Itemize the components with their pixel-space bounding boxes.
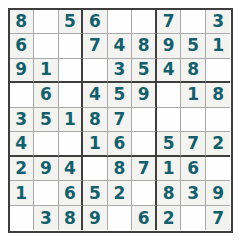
cell-r9c9[interactable]: 7 [206, 206, 231, 231]
cell-r9c2[interactable]: 3 [34, 206, 59, 231]
cell-r6c7[interactable]: 5 [157, 132, 182, 157]
cell-r8c5[interactable]: 2 [108, 181, 133, 206]
cell-r7c3[interactable]: 4 [59, 157, 84, 182]
cell-r6c9[interactable]: 2 [206, 132, 231, 157]
cell-r6c1[interactable]: 4 [10, 132, 35, 157]
cell-r5c8[interactable] [181, 108, 206, 133]
cell-r6c6[interactable] [132, 132, 157, 157]
cell-r9c1[interactable] [10, 206, 35, 231]
cell-r8c2[interactable] [34, 181, 59, 206]
cell-r7c7[interactable]: 1 [157, 157, 182, 182]
cell-r4c2[interactable]: 6 [34, 83, 59, 108]
cell-r7c1[interactable]: 2 [10, 157, 35, 182]
cell-r7c2[interactable]: 9 [34, 157, 59, 182]
cell-r3c4[interactable] [83, 59, 108, 84]
cell-r2c2[interactable] [34, 34, 59, 59]
cell-r5c9[interactable] [206, 108, 231, 133]
cell-r9c6[interactable]: 6 [132, 206, 157, 231]
cell-r9c3[interactable]: 8 [59, 206, 84, 231]
cell-r2c9[interactable]: 1 [206, 34, 231, 59]
cell-r1c5[interactable] [108, 10, 133, 35]
cell-r8c1[interactable]: 1 [10, 181, 35, 206]
cell-r1c6[interactable] [132, 10, 157, 35]
cell-r4c8[interactable]: 1 [181, 83, 206, 108]
cell-r4c7[interactable] [157, 83, 182, 108]
cell-r6c8[interactable]: 7 [181, 132, 206, 157]
cell-r5c7[interactable] [157, 108, 182, 133]
cell-r1c7[interactable]: 7 [157, 10, 182, 35]
cell-r2c4[interactable]: 7 [83, 34, 108, 59]
cell-r4c6[interactable]: 9 [132, 83, 157, 108]
cell-r9c4[interactable]: 9 [83, 206, 108, 231]
sudoku-page: 8567367489519135486459183518741657229487… [0, 0, 240, 240]
cell-r6c3[interactable] [59, 132, 84, 157]
cell-r4c9[interactable]: 8 [206, 83, 231, 108]
cell-r3c5[interactable]: 3 [108, 59, 133, 84]
sudoku-board: 8567367489519135486459183518741657229487… [8, 8, 233, 233]
cell-r8c7[interactable]: 8 [157, 181, 182, 206]
cell-r5c2[interactable]: 5 [34, 108, 59, 133]
cell-r3c8[interactable]: 8 [181, 59, 206, 84]
cell-r2c8[interactable]: 5 [181, 34, 206, 59]
cell-r3c1[interactable]: 9 [10, 59, 35, 84]
cell-r9c5[interactable] [108, 206, 133, 231]
cell-r7c8[interactable]: 6 [181, 157, 206, 182]
cell-r5c4[interactable]: 8 [83, 108, 108, 133]
cell-r8c4[interactable]: 5 [83, 181, 108, 206]
cell-r3c2[interactable]: 1 [34, 59, 59, 84]
cell-r8c6[interactable] [132, 181, 157, 206]
cell-r4c3[interactable] [59, 83, 84, 108]
cell-r8c9[interactable]: 9 [206, 181, 231, 206]
cell-r5c6[interactable] [132, 108, 157, 133]
cell-r5c5[interactable]: 7 [108, 108, 133, 133]
cell-r1c2[interactable] [34, 10, 59, 35]
cell-r3c7[interactable]: 4 [157, 59, 182, 84]
cell-r9c7[interactable]: 2 [157, 206, 182, 231]
cell-r5c3[interactable]: 1 [59, 108, 84, 133]
cell-r6c2[interactable] [34, 132, 59, 157]
cell-r3c9[interactable] [206, 59, 231, 84]
cell-r6c4[interactable]: 1 [83, 132, 108, 157]
cell-r4c5[interactable]: 5 [108, 83, 133, 108]
cell-r8c3[interactable]: 6 [59, 181, 84, 206]
cell-r9c8[interactable] [181, 206, 206, 231]
cell-r7c4[interactable] [83, 157, 108, 182]
cell-r2c6[interactable]: 8 [132, 34, 157, 59]
cell-r4c1[interactable] [10, 83, 35, 108]
cell-r7c6[interactable]: 7 [132, 157, 157, 182]
cell-r1c3[interactable]: 5 [59, 10, 84, 35]
cell-r2c1[interactable]: 6 [10, 34, 35, 59]
cell-r6c5[interactable]: 6 [108, 132, 133, 157]
cell-r2c7[interactable]: 9 [157, 34, 182, 59]
cell-r1c4[interactable]: 6 [83, 10, 108, 35]
cell-r1c8[interactable] [181, 10, 206, 35]
cell-r2c5[interactable]: 4 [108, 34, 133, 59]
cell-r7c5[interactable]: 8 [108, 157, 133, 182]
cell-r8c8[interactable]: 3 [181, 181, 206, 206]
cell-r5c1[interactable]: 3 [10, 108, 35, 133]
cell-r4c4[interactable]: 4 [83, 83, 108, 108]
cell-r2c3[interactable] [59, 34, 84, 59]
cell-r7c9[interactable] [206, 157, 231, 182]
cell-r3c3[interactable] [59, 59, 84, 84]
cell-r1c1[interactable]: 8 [10, 10, 35, 35]
cell-r1c9[interactable]: 3 [206, 10, 231, 35]
cell-r3c6[interactable]: 5 [132, 59, 157, 84]
